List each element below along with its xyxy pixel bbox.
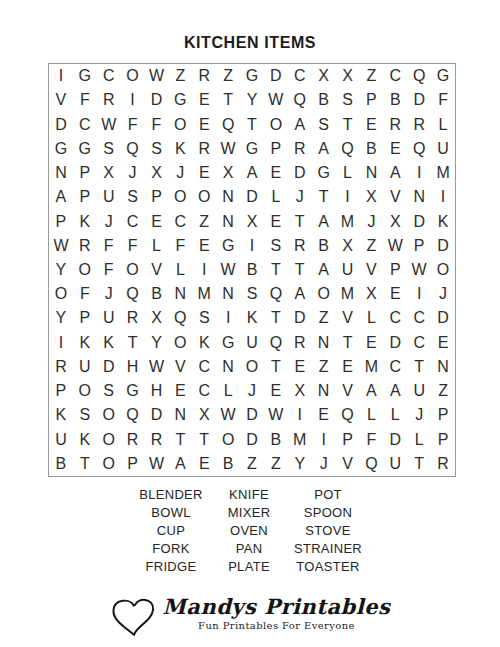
grid-cell: C	[407, 306, 431, 330]
grid-cell: Q	[121, 137, 145, 161]
grid-cell: W	[145, 452, 169, 476]
grid-cell: O	[168, 112, 192, 136]
grid-cell: D	[145, 403, 169, 427]
grid-cell: E	[264, 161, 288, 185]
grid-cell: O	[97, 403, 121, 427]
grid-cell: D	[240, 185, 264, 209]
grid-cell: R	[121, 306, 145, 330]
word-list-item: STRAINER	[286, 540, 370, 558]
grid-cell: B	[264, 428, 288, 452]
grid-cell: D	[383, 331, 407, 355]
grid-cell: J	[359, 209, 383, 233]
grid-cell: C	[168, 209, 192, 233]
grid-cell: Z	[264, 452, 288, 476]
grid-cell: W	[97, 112, 121, 136]
grid-cell: K	[168, 137, 192, 161]
word-list-item: SPOON	[286, 504, 370, 522]
grid-cell: J	[312, 452, 336, 476]
grid-cell: Q	[407, 64, 431, 88]
grid-cell: Q	[359, 452, 383, 476]
grid-cell: G	[216, 234, 240, 258]
grid-cell: I	[192, 258, 216, 282]
word-list-column: KNIFEMIXEROVENPANPLATE	[212, 486, 286, 576]
grid-cell: L	[431, 112, 455, 136]
grid-cell: D	[288, 306, 312, 330]
grid-cell: T	[168, 428, 192, 452]
word-list-column: POTSPOONSTOVESTRAINERTOASTER	[286, 486, 370, 576]
grid-cell: W	[383, 234, 407, 258]
grid-cell: D	[240, 403, 264, 427]
word-list-item: FORK	[130, 540, 212, 558]
grid-cell: Y	[288, 452, 312, 476]
grid-cell: D	[97, 355, 121, 379]
grid-cell: C	[383, 64, 407, 88]
grid-cell: I	[216, 306, 240, 330]
grid-cell: G	[73, 137, 97, 161]
word-list-item: MIXER	[212, 504, 286, 522]
grid-cell: A	[240, 161, 264, 185]
grid-cell: B	[312, 88, 336, 112]
grid-cell: E	[192, 234, 216, 258]
grid-cell: R	[192, 64, 216, 88]
grid-cell: D	[264, 64, 288, 88]
grid-cell: D	[288, 161, 312, 185]
grid-cell: U	[336, 258, 360, 282]
grid-cell: V	[336, 379, 360, 403]
grid-cell: F	[121, 112, 145, 136]
grid-cell: N	[216, 209, 240, 233]
grid-cell: A	[168, 452, 192, 476]
grid-cell: P	[73, 306, 97, 330]
grid-cell: I	[288, 403, 312, 427]
grid-cell: Q	[264, 331, 288, 355]
grid-cell: R	[121, 428, 145, 452]
grid-cell: B	[240, 258, 264, 282]
grid-cell: F	[168, 234, 192, 258]
grid-cell: P	[145, 185, 169, 209]
grid-cell: R	[383, 112, 407, 136]
grid-cell: I	[240, 234, 264, 258]
grid-cell: E	[431, 331, 455, 355]
grid-cell: E	[312, 403, 336, 427]
grid-cell: A	[383, 379, 407, 403]
grid-cell: W	[145, 64, 169, 88]
grid-cell: P	[121, 452, 145, 476]
grid-cell: L	[407, 428, 431, 452]
grid-cell: E	[145, 209, 169, 233]
grid-cell: K	[97, 331, 121, 355]
grid-cell: T	[264, 355, 288, 379]
worksheet-page: KITCHEN ITEMS IGCOWZRZGDCXXZCQGVFRIDGETY…	[0, 0, 500, 647]
grid-cell: N	[431, 355, 455, 379]
grid-cell: D	[383, 428, 407, 452]
grid-cell: U	[73, 355, 97, 379]
grid-cell: B	[216, 452, 240, 476]
grid-cell: Z	[312, 355, 336, 379]
grid-cell: G	[216, 331, 240, 355]
wordsearch-grid: IGCOWZRZGDCXXZCQGVFRIDGETYWQBSPBDFDCWFFO…	[48, 63, 456, 477]
grid-cell: T	[407, 355, 431, 379]
grid-cell: N	[312, 331, 336, 355]
grid-cell: S	[97, 379, 121, 403]
grid-cell: Q	[121, 403, 145, 427]
grid-cell: E	[264, 209, 288, 233]
grid-cell: P	[383, 258, 407, 282]
grid-cell: T	[336, 112, 360, 136]
grid-cell: L	[264, 185, 288, 209]
grid-cell: A	[288, 282, 312, 306]
grid-cell: U	[97, 185, 121, 209]
grid-cell: X	[288, 379, 312, 403]
grid-cell: G	[240, 137, 264, 161]
grid-cell: V	[49, 88, 73, 112]
grid-cell: C	[383, 306, 407, 330]
grid-cell: V	[383, 185, 407, 209]
grid-cell: P	[49, 209, 73, 233]
grid-cell: P	[431, 403, 455, 427]
grid-cell: F	[97, 258, 121, 282]
word-list-item: BLENDER	[130, 486, 212, 504]
grid-cell: G	[312, 161, 336, 185]
grid-cell: F	[73, 282, 97, 306]
grid-cell: R	[288, 234, 312, 258]
grid-cell: B	[49, 452, 73, 476]
grid-cell: L	[383, 403, 407, 427]
grid-cell: O	[121, 64, 145, 88]
grid-cell: K	[73, 331, 97, 355]
grid-cell: A	[312, 209, 336, 233]
grid-cell: O	[216, 428, 240, 452]
grid-cell: Z	[312, 306, 336, 330]
grid-cell: S	[336, 88, 360, 112]
grid-cell: Z	[192, 209, 216, 233]
grid-cell: C	[73, 112, 97, 136]
grid-cell: R	[288, 331, 312, 355]
grid-cell: S	[121, 185, 145, 209]
grid-cell: X	[145, 161, 169, 185]
grid-cell: T	[192, 428, 216, 452]
grid-cell: O	[97, 452, 121, 476]
grid-cell: A	[49, 185, 73, 209]
word-list-item: PLATE	[212, 558, 286, 576]
logo-text: Mandys Printables Fun Printables For Eve…	[163, 595, 391, 632]
word-list-item: FRIDGE	[130, 558, 212, 576]
grid-cell: C	[192, 355, 216, 379]
grid-cell: W	[264, 88, 288, 112]
grid-cell: N	[216, 282, 240, 306]
grid-cell: M	[336, 282, 360, 306]
grid-cell: K	[431, 209, 455, 233]
grid-cell: L	[359, 403, 383, 427]
grid-cell: Q	[264, 282, 288, 306]
grid-cell: K	[49, 403, 73, 427]
grid-cell: C	[121, 209, 145, 233]
grid-cell: Z	[216, 64, 240, 88]
grid-cell: Z	[240, 452, 264, 476]
grid-cell: I	[49, 331, 73, 355]
grid-cell: J	[288, 185, 312, 209]
grid-cell: T	[240, 112, 264, 136]
logo-name: Mandys Printables	[163, 595, 391, 619]
grid-cell: B	[145, 282, 169, 306]
grid-cell: M	[288, 428, 312, 452]
grid-cell: I	[407, 282, 431, 306]
grid-cell: J	[97, 282, 121, 306]
grid-cell: S	[192, 306, 216, 330]
word-list-item: POT	[286, 486, 370, 504]
grid-cell: K	[73, 209, 97, 233]
grid-cell: J	[168, 161, 192, 185]
grid-cell: D	[431, 306, 455, 330]
word-list-column: BLENDERBOWLCUPFORKFRIDGE	[130, 486, 212, 576]
grid-cell: Q	[216, 112, 240, 136]
word-list-item: CUP	[130, 522, 212, 540]
grid-cell: T	[336, 331, 360, 355]
grid-cell: G	[431, 64, 455, 88]
grid-cell: U	[240, 331, 264, 355]
logo-tagline: Fun Printables For Everyone	[198, 619, 355, 632]
grid-cell: F	[359, 428, 383, 452]
grid-cell: L	[336, 161, 360, 185]
grid-cell: N	[168, 282, 192, 306]
grid-cell: X	[192, 403, 216, 427]
grid-cell: U	[431, 137, 455, 161]
grid-cell: I	[431, 185, 455, 209]
grid-cell: E	[383, 282, 407, 306]
grid-cell: O	[49, 282, 73, 306]
grid-cell: P	[407, 234, 431, 258]
grid-cell: E	[359, 331, 383, 355]
grid-cell: D	[407, 88, 431, 112]
grid-cell: J	[431, 282, 455, 306]
grid-cell: R	[288, 137, 312, 161]
grid-cell: X	[359, 185, 383, 209]
grid-cell: I	[121, 88, 145, 112]
grid-cell: T	[264, 306, 288, 330]
grid-cell: N	[359, 161, 383, 185]
grid-cell: T	[264, 258, 288, 282]
grid-cell: A	[359, 379, 383, 403]
puzzle-title: KITCHEN ITEMS	[0, 34, 500, 52]
grid-cell: F	[97, 234, 121, 258]
grid-cell: F	[431, 88, 455, 112]
grid-cell: O	[312, 282, 336, 306]
grid-cell: W	[216, 258, 240, 282]
grid-cell: U	[407, 379, 431, 403]
grid-cell: L	[168, 258, 192, 282]
grid-cell: A	[288, 112, 312, 136]
grid-cell: T	[121, 331, 145, 355]
grid-cell: C	[192, 379, 216, 403]
grid-cell: V	[336, 306, 360, 330]
word-list: BLENDERBOWLCUPFORKFRIDGEKNIFEMIXEROVENPA…	[0, 486, 500, 576]
grid-cell: M	[359, 355, 383, 379]
grid-cell: S	[312, 112, 336, 136]
word-list-item: STOVE	[286, 522, 370, 540]
grid-cell: B	[312, 234, 336, 258]
grid-cell: G	[49, 137, 73, 161]
grid-cell: P	[264, 137, 288, 161]
grid-cell: C	[383, 355, 407, 379]
grid-cell: F	[73, 88, 97, 112]
grid-cell: W	[264, 403, 288, 427]
grid-cell: F	[121, 234, 145, 258]
grid-cell: P	[49, 379, 73, 403]
grid-cell: O	[97, 428, 121, 452]
grid-cell: T	[407, 452, 431, 476]
grid-cell: Q	[336, 137, 360, 161]
grid-cell: Y	[49, 306, 73, 330]
grid-cell: J	[240, 379, 264, 403]
grid-cell: T	[288, 258, 312, 282]
grid-cell: M	[431, 161, 455, 185]
grid-cell: E	[336, 355, 360, 379]
grid-cell: Y	[240, 88, 264, 112]
grid-cell: Z	[431, 379, 455, 403]
grid-cell: D	[49, 112, 73, 136]
grid-cell: X	[216, 161, 240, 185]
grid-cell: S	[97, 137, 121, 161]
grid-cell: Z	[168, 64, 192, 88]
grid-cell: K	[192, 331, 216, 355]
grid-cell: N	[216, 355, 240, 379]
grid-cell: D	[240, 428, 264, 452]
grid-cell: A	[312, 258, 336, 282]
grid-cell: M	[336, 209, 360, 233]
grid-cell: R	[145, 428, 169, 452]
grid-cell: O	[73, 379, 97, 403]
grid-cell: P	[73, 161, 97, 185]
grid-cell: G	[240, 64, 264, 88]
grid-cell: F	[145, 112, 169, 136]
grid-cell: O	[73, 258, 97, 282]
grid-cell: O	[168, 185, 192, 209]
heart-icon	[110, 596, 158, 642]
grid-cell: M	[192, 282, 216, 306]
word-list-item: TOASTER	[286, 558, 370, 576]
grid-cell: I	[312, 428, 336, 452]
grid-cell: J	[97, 209, 121, 233]
grid-cell: O	[240, 355, 264, 379]
grid-cell: K	[73, 428, 97, 452]
grid-cell: I	[336, 185, 360, 209]
grid-cell: C	[407, 331, 431, 355]
word-list-item: BOWL	[130, 504, 212, 522]
grid-cell: X	[336, 64, 360, 88]
grid-cell: E	[288, 355, 312, 379]
grid-cell: Q	[288, 88, 312, 112]
grid-cell: V	[359, 258, 383, 282]
grid-cell: S	[264, 234, 288, 258]
grid-cell: P	[431, 428, 455, 452]
grid-cell: E	[192, 88, 216, 112]
grid-cell: R	[97, 88, 121, 112]
grid-cell: N	[312, 379, 336, 403]
grid-cell: O	[192, 185, 216, 209]
grid-cell: N	[407, 185, 431, 209]
grid-cell: P	[73, 185, 97, 209]
grid-cell: X	[240, 209, 264, 233]
grid-cell: V	[336, 452, 360, 476]
grid-cell: J	[121, 161, 145, 185]
word-list-item: OVEN	[212, 522, 286, 540]
grid-cell: D	[431, 234, 455, 258]
grid-cell: T	[216, 88, 240, 112]
grid-cell: T	[288, 209, 312, 233]
grid-cell: G	[73, 64, 97, 88]
grid-cell: A	[383, 161, 407, 185]
grid-cell: Y	[49, 258, 73, 282]
grid-cell: E	[168, 379, 192, 403]
grid-cell: U	[49, 428, 73, 452]
grid-cell: X	[336, 234, 360, 258]
grid-cell: U	[383, 452, 407, 476]
grid-cell: E	[264, 379, 288, 403]
grid-cell: O	[264, 112, 288, 136]
grid-cell: X	[312, 64, 336, 88]
grid-cell: C	[288, 64, 312, 88]
grid-cell: E	[192, 452, 216, 476]
grid-cell: R	[73, 234, 97, 258]
grid-cell: T	[73, 452, 97, 476]
grid-cell: T	[312, 185, 336, 209]
grid-cell: L	[359, 306, 383, 330]
grid-cell: V	[145, 258, 169, 282]
grid-cell: E	[383, 137, 407, 161]
grid-cell: O	[121, 258, 145, 282]
grid-cell: R	[407, 112, 431, 136]
word-list-item: PAN	[212, 540, 286, 558]
grid-cell: J	[407, 403, 431, 427]
grid-cell: O	[431, 258, 455, 282]
grid-cell: R	[431, 452, 455, 476]
grid-cell: G	[121, 379, 145, 403]
grid-cell: K	[240, 306, 264, 330]
grid-cell: Q	[336, 403, 360, 427]
grid-cell: Q	[168, 306, 192, 330]
grid-cell: U	[97, 306, 121, 330]
word-list-item: KNIFE	[212, 486, 286, 504]
grid-cell: Q	[121, 282, 145, 306]
grid-cell: N	[49, 161, 73, 185]
grid-cell: S	[73, 403, 97, 427]
grid-cell: Y	[145, 331, 169, 355]
grid-cell: D	[145, 88, 169, 112]
grid-cell: P	[359, 88, 383, 112]
grid-cell: P	[336, 428, 360, 452]
grid-cell: X	[383, 209, 407, 233]
grid-cell: S	[240, 282, 264, 306]
grid-cell: Z	[359, 234, 383, 258]
grid-cell: W	[49, 234, 73, 258]
grid-cell: A	[312, 137, 336, 161]
grid-cell: W	[216, 403, 240, 427]
grid-cell: R	[192, 137, 216, 161]
grid-cell: E	[359, 112, 383, 136]
grid-cell: E	[192, 112, 216, 136]
grid-cell: G	[168, 88, 192, 112]
grid-cell: I	[407, 161, 431, 185]
grid-cell: I	[49, 64, 73, 88]
grid-cell: E	[192, 161, 216, 185]
grid-cell: L	[216, 379, 240, 403]
grid-cell: L	[145, 234, 169, 258]
grid-cell: N	[216, 185, 240, 209]
grid-cell: O	[168, 331, 192, 355]
grid-cell: W	[145, 355, 169, 379]
grid-cell: X	[97, 161, 121, 185]
grid-cell: H	[121, 355, 145, 379]
